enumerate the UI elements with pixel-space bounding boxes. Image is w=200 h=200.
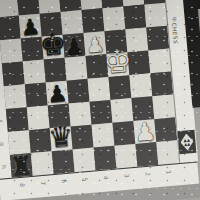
square-c1[interactable] [146, 26, 169, 51]
brand-label: CHESS [171, 22, 179, 44]
black-pawn-c5[interactable]: ♟ [63, 35, 85, 59]
white-king-d3[interactable]: ♚ [102, 45, 132, 78]
square-e8[interactable] [4, 84, 27, 109]
rank-label-7: 7 [37, 172, 51, 194]
rank-label-4: 4 [100, 167, 114, 189]
square-d5[interactable] [65, 56, 88, 81]
square-g2[interactable]: ♟ [133, 119, 156, 144]
rank-label-5: 5 [79, 168, 93, 190]
square-d8[interactable] [2, 61, 25, 86]
square-c6[interactable]: ♚ [42, 35, 65, 60]
rank-label-1: 1 [163, 161, 177, 183]
chessboard: abcdefgh ♟♚♟♟♚♟♛♟♜ ♔CHESS 87654321 ▲▲ ▲▲ [0, 0, 200, 200]
square-b1[interactable] [144, 3, 167, 28]
square-b8[interactable] [0, 16, 21, 41]
black-pawn-e6[interactable]: ♟ [46, 82, 69, 107]
rank-label-6: 6 [58, 170, 72, 192]
square-d7[interactable] [23, 60, 46, 85]
square-d3[interactable]: ♚ [106, 52, 129, 77]
square-c8[interactable] [0, 39, 23, 64]
board-grid: ♟♚♟♟♚♟♛♟♜ [0, 0, 179, 178]
square-b4[interactable] [82, 8, 105, 33]
square-g3[interactable] [112, 121, 135, 146]
square-c5[interactable]: ♟ [63, 33, 86, 58]
chess-photo: abcdefgh ♟♚♟♟♚♟♛♟♜ ♔CHESS 87654321 ▲▲ ▲▲ [0, 0, 200, 200]
square-g4[interactable] [92, 123, 115, 148]
rank-label-2: 2 [142, 163, 156, 185]
brand-text: ♔CHESS [170, 15, 180, 45]
square-g6[interactable]: ♛ [50, 127, 73, 152]
logo-triangles: ▲▲ [184, 142, 190, 147]
square-b2[interactable] [123, 5, 146, 30]
square-e4[interactable] [88, 77, 111, 102]
square-f7[interactable] [27, 105, 50, 130]
corner-logo: ▲▲ ▲▲ [177, 130, 196, 154]
square-f4[interactable] [90, 100, 113, 125]
square-e1[interactable] [150, 72, 173, 97]
square-f8[interactable] [6, 107, 29, 132]
square-f1[interactable] [152, 94, 175, 119]
square-b3[interactable] [102, 6, 125, 31]
square-d1[interactable] [148, 49, 171, 74]
black-rook-h8[interactable]: ♜ [9, 152, 34, 179]
square-g1[interactable] [154, 117, 177, 142]
square-f3[interactable] [110, 98, 133, 123]
square-h8[interactable]: ♜ [10, 153, 33, 178]
rank-label-3: 3 [121, 165, 135, 187]
logo-diamond-icon: ▲▲ ▲▲ [180, 133, 194, 151]
square-e7[interactable] [25, 83, 48, 108]
square-e6[interactable]: ♟ [46, 81, 69, 106]
square-e5[interactable] [67, 79, 90, 104]
black-queen-g6[interactable]: ♛ [47, 122, 74, 152]
white-pawn-g2[interactable]: ♟ [133, 119, 157, 145]
